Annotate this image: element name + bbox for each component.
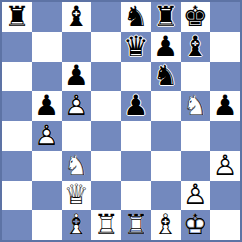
chess-board-frame: ♜♝♞♜♚♛♟♝♟♞♟♟♙♟♞♘♟♟♙♞♘♟♙♛♕♟♙♝♗♜♖♜♖♝♗♚♔: [0, 0, 242, 242]
square-f8[interactable]: ♜: [151, 2, 181, 32]
white-king-piece: ♚♔: [181, 210, 211, 240]
square-a3[interactable]: [2, 151, 32, 181]
square-g3[interactable]: [181, 151, 211, 181]
square-e3[interactable]: [121, 151, 151, 181]
square-h7[interactable]: [210, 32, 240, 62]
white-pawn-piece: ♟♙: [181, 181, 211, 211]
white-pawn-piece: ♟♙: [32, 121, 62, 151]
square-d2[interactable]: [91, 181, 121, 211]
square-a2[interactable]: [2, 181, 32, 211]
square-b3[interactable]: [32, 151, 62, 181]
black-pawn-piece: ♟: [62, 62, 92, 92]
square-f4[interactable]: [151, 121, 181, 151]
black-king-piece: ♚: [181, 2, 211, 32]
square-e4[interactable]: [121, 121, 151, 151]
square-c2[interactable]: ♛♕: [62, 181, 92, 211]
square-h6[interactable]: [210, 62, 240, 92]
square-g6[interactable]: [181, 62, 211, 92]
square-g4[interactable]: [181, 121, 211, 151]
black-knight-piece: ♞: [121, 2, 151, 32]
square-d8[interactable]: [91, 2, 121, 32]
square-g1[interactable]: ♚♔: [181, 210, 211, 240]
square-c8[interactable]: ♝: [62, 2, 92, 32]
white-bishop-piece: ♝♗: [151, 210, 181, 240]
white-bishop-piece: ♝♗: [62, 210, 92, 240]
square-a4[interactable]: [2, 121, 32, 151]
square-h4[interactable]: [210, 121, 240, 151]
square-f1[interactable]: ♝♗: [151, 210, 181, 240]
square-d3[interactable]: [91, 151, 121, 181]
square-c3[interactable]: ♞♘: [62, 151, 92, 181]
square-c1[interactable]: ♝♗: [62, 210, 92, 240]
black-bishop-piece: ♝: [181, 32, 211, 62]
square-b1[interactable]: [32, 210, 62, 240]
white-queen-piece: ♛♕: [62, 181, 92, 211]
square-d5[interactable]: [91, 91, 121, 121]
black-bishop-piece: ♝: [62, 2, 92, 32]
square-b2[interactable]: [32, 181, 62, 211]
square-f3[interactable]: [151, 151, 181, 181]
square-h2[interactable]: [210, 181, 240, 211]
square-f5[interactable]: [151, 91, 181, 121]
black-rook-piece: ♜: [2, 2, 32, 32]
chess-board: ♜♝♞♜♚♛♟♝♟♞♟♟♙♟♞♘♟♟♙♞♘♟♙♛♕♟♙♝♗♜♖♜♖♝♗♚♔: [2, 2, 240, 240]
black-knight-piece: ♞: [151, 62, 181, 92]
square-e8[interactable]: ♞: [121, 2, 151, 32]
square-b7[interactable]: [32, 32, 62, 62]
square-c4[interactable]: [62, 121, 92, 151]
square-e5[interactable]: ♟: [121, 91, 151, 121]
square-d6[interactable]: [91, 62, 121, 92]
square-d1[interactable]: ♜♖: [91, 210, 121, 240]
square-f2[interactable]: [151, 181, 181, 211]
square-e6[interactable]: [121, 62, 151, 92]
square-f7[interactable]: ♟: [151, 32, 181, 62]
square-h8[interactable]: [210, 2, 240, 32]
black-pawn-piece: ♟: [121, 91, 151, 121]
square-b4[interactable]: ♟♙: [32, 121, 62, 151]
square-g2[interactable]: ♟♙: [181, 181, 211, 211]
square-b6[interactable]: [32, 62, 62, 92]
square-a6[interactable]: [2, 62, 32, 92]
white-rook-piece: ♜♖: [121, 210, 151, 240]
square-f6[interactable]: ♞: [151, 62, 181, 92]
square-c7[interactable]: [62, 32, 92, 62]
square-c5[interactable]: ♟♙: [62, 91, 92, 121]
white-pawn-piece: ♟♙: [210, 151, 240, 181]
square-g5[interactable]: ♞♘: [181, 91, 211, 121]
square-a1[interactable]: [2, 210, 32, 240]
black-pawn-piece: ♟: [32, 91, 62, 121]
square-h1[interactable]: [210, 210, 240, 240]
white-pawn-piece: ♟♙: [62, 91, 92, 121]
square-d7[interactable]: [91, 32, 121, 62]
white-knight-piece: ♞♘: [181, 91, 211, 121]
black-rook-piece: ♜: [151, 2, 181, 32]
black-pawn-piece: ♟: [210, 91, 240, 121]
square-c6[interactable]: ♟: [62, 62, 92, 92]
black-queen-piece: ♛: [121, 32, 151, 62]
square-g8[interactable]: ♚: [181, 2, 211, 32]
square-d4[interactable]: [91, 121, 121, 151]
square-h3[interactable]: ♟♙: [210, 151, 240, 181]
white-knight-piece: ♞♘: [62, 151, 92, 181]
square-e7[interactable]: ♛: [121, 32, 151, 62]
black-pawn-piece: ♟: [151, 32, 181, 62]
square-b5[interactable]: ♟: [32, 91, 62, 121]
square-h5[interactable]: ♟: [210, 91, 240, 121]
white-rook-piece: ♜♖: [91, 210, 121, 240]
square-e1[interactable]: ♜♖: [121, 210, 151, 240]
square-a7[interactable]: [2, 32, 32, 62]
square-b8[interactable]: [32, 2, 62, 32]
square-a5[interactable]: [2, 91, 32, 121]
square-a8[interactable]: ♜: [2, 2, 32, 32]
square-e2[interactable]: [121, 181, 151, 211]
square-g7[interactable]: ♝: [181, 32, 211, 62]
